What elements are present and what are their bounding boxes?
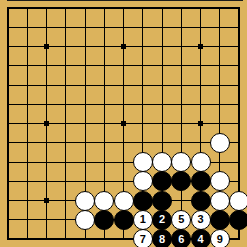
go-board: 125378649 [0,0,247,247]
move-number: 6 [178,234,184,245]
stone-black-move-2: 2 [152,210,172,230]
stone-black [191,171,211,191]
stone-white [171,152,191,172]
stone-white-move-9: 9 [210,229,230,247]
stone-white [75,191,95,211]
move-number: 1 [140,214,146,225]
stone-black [114,210,134,230]
stone-white [191,152,211,172]
stone-black [210,210,230,230]
stone-black [171,171,191,191]
stone-black-move-8: 8 [152,229,172,247]
stone-black [133,191,153,211]
move-number: 4 [197,234,203,245]
stone-white-move-5: 5 [171,210,191,230]
stone-black [152,171,172,191]
stone-white [152,152,172,172]
stone-white [75,210,95,230]
stone-white [94,191,114,211]
stone-white [229,191,247,211]
stone-white-move-3: 3 [191,210,211,230]
stone-black-move-4: 4 [191,229,211,247]
move-number: 2 [159,214,165,225]
stone-white-move-1: 1 [133,210,153,230]
stone-white-move-7: 7 [133,229,153,247]
stone-white [133,152,153,172]
stones-grid: 125378649 [0,0,247,247]
stone-white [210,191,230,211]
stone-black [191,191,211,211]
stone-black [94,210,114,230]
stone-white [210,171,230,191]
move-number: 7 [140,234,146,245]
stone-black [229,210,247,230]
stone-white [133,171,153,191]
stone-white [210,133,230,153]
stone-black-move-6: 6 [171,229,191,247]
move-number: 5 [178,214,184,225]
move-number: 8 [159,234,165,245]
stone-white [114,191,134,211]
move-number: 3 [197,214,203,225]
stone-black [152,191,172,211]
move-number: 9 [217,234,223,245]
